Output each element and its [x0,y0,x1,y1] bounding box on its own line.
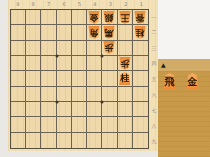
board-square[interactable] [72,71,87,86]
board-square[interactable] [72,102,87,117]
hoshi-point [101,101,104,104]
rank-label: 四 [150,56,158,72]
board-square[interactable] [26,71,41,86]
file-label: 9 [10,0,25,8]
board-square[interactable]: 歩 [102,41,117,56]
board-square[interactable] [26,25,41,40]
board-square[interactable] [26,10,41,25]
sente-to-move-marker: ▲ [161,62,166,68]
hoshi-point [55,101,58,104]
board-square[interactable] [87,87,102,102]
board-square[interactable] [72,41,87,56]
board-square[interactable] [87,71,102,86]
file-label: 4 [87,0,102,8]
board-square[interactable] [118,133,133,148]
board-square[interactable] [72,10,87,25]
board-square[interactable] [26,117,41,132]
rank-label: 八 [150,118,158,134]
board-square[interactable] [26,133,41,148]
screen: { "game": "shogi", "diagram_type": "tsum… [0,0,210,157]
board-square[interactable] [57,41,72,56]
piece-gote-bishop[interactable]: 角 [88,26,100,39]
board-square[interactable] [41,25,56,40]
board-square[interactable] [118,117,133,132]
file-label: 8 [25,0,40,8]
board-square[interactable] [133,87,148,102]
piece-gote-gold[interactable]: 金 [88,11,100,24]
board-square[interactable] [102,56,117,71]
rank-label: 一 [150,9,158,25]
file-labels: 987654321 [10,0,149,8]
file-label: 5 [72,0,87,8]
board-square[interactable] [57,71,72,86]
board-square[interactable] [41,41,56,56]
board-square[interactable] [133,133,148,148]
hoshi-point [55,55,58,58]
board-square[interactable]: 桂 [118,71,133,86]
rank-label: 二 [150,25,158,41]
file-label: 1 [134,0,149,8]
file-label: 6 [56,0,71,8]
komadai-header: ▲ [158,59,210,71]
board-square[interactable] [11,87,26,102]
board-square[interactable] [72,133,87,148]
board-square[interactable] [72,25,87,40]
shogi-board[interactable]: 金銀王香角馬桂歩歩桂 [10,9,149,149]
hand-pieces: 飛金 [158,71,210,89]
board-square[interactable] [133,41,148,56]
rank-label: 九 [150,133,158,149]
board-square[interactable] [41,133,56,148]
board-square[interactable] [87,56,102,71]
rank-label: 五 [150,71,158,87]
board-square[interactable] [57,87,72,102]
rank-labels: 一二三四五六七八九 [150,9,158,149]
board-square[interactable] [41,56,56,71]
board-square[interactable] [26,87,41,102]
board-square[interactable]: 銀 [102,10,117,25]
board-square[interactable] [118,25,133,40]
board-square[interactable] [57,25,72,40]
board-square[interactable] [11,71,26,86]
komadai-piece-stand: ▲ 飛金 [158,59,210,157]
board-square[interactable] [133,117,148,132]
piece-sente-knight[interactable]: 桂 [119,72,131,85]
board-square[interactable] [11,41,26,56]
rank-label: 七 [150,102,158,118]
board-square[interactable] [72,117,87,132]
piece-gote-knight[interactable]: 桂 [134,26,146,39]
board-square[interactable] [87,102,102,117]
rank-label: 三 [150,40,158,56]
file-label: 3 [103,0,118,8]
board-square[interactable]: 桂 [133,25,148,40]
board-square[interactable] [118,102,133,117]
board-square[interactable] [118,41,133,56]
board-square[interactable] [102,133,117,148]
board-square[interactable] [102,117,117,132]
board-square[interactable] [11,56,26,71]
board-square[interactable] [11,25,26,40]
board-square[interactable] [41,117,56,132]
board-square[interactable] [102,87,117,102]
board-square[interactable] [133,71,148,86]
board-square[interactable] [41,10,56,25]
board-square[interactable] [102,71,117,86]
board-square[interactable] [26,102,41,117]
board-square[interactable] [41,87,56,102]
piece-gote-king[interactable]: 王 [119,11,131,24]
board-square[interactable]: 香 [133,10,148,25]
board-square[interactable] [102,102,117,117]
hand-piece-gold-in-hand[interactable]: 金 [186,73,199,89]
board-square[interactable] [57,102,72,117]
board-square[interactable] [11,117,26,132]
board-square[interactable] [118,87,133,102]
board-square[interactable] [72,87,87,102]
board-square[interactable] [57,10,72,25]
file-label: 7 [41,0,56,8]
board-square[interactable] [41,102,56,117]
piece-gote-pawn[interactable]: 歩 [119,57,131,70]
board-frame: 987654321 金銀王香角馬桂歩歩桂 一二三四五六七八九 [8,0,158,151]
board-square[interactable] [133,102,148,117]
board-square[interactable] [11,10,26,25]
board-square[interactable] [26,41,41,56]
piece-gote-silver[interactable]: 銀 [103,11,115,24]
board-square[interactable]: 金 [87,10,102,25]
board-square[interactable]: 角 [87,25,102,40]
rank-label: 六 [150,87,158,103]
piece-gote-pawn[interactable]: 歩 [103,41,115,54]
board-square[interactable] [87,117,102,132]
board-square[interactable] [41,71,56,86]
piece-gote-promoted-bishop[interactable]: 馬 [103,26,115,39]
board-square[interactable]: 馬 [102,25,117,40]
board-square[interactable] [87,41,102,56]
file-label: 2 [118,0,133,8]
board-square[interactable] [133,56,148,71]
board-square[interactable] [11,133,26,148]
hoshi-point [101,55,104,58]
side-panel [158,0,210,59]
board-square[interactable] [72,56,87,71]
board-square[interactable]: 王 [118,10,133,25]
hand-piece-rook-in-hand[interactable]: 飛 [163,73,176,89]
board-square[interactable] [26,56,41,71]
board-square[interactable] [57,56,72,71]
piece-gote-lance[interactable]: 香 [134,11,146,24]
board-square[interactable] [57,133,72,148]
board-square[interactable] [87,133,102,148]
board-square[interactable] [11,102,26,117]
board-square[interactable] [57,117,72,132]
board-square[interactable]: 歩 [118,56,133,71]
